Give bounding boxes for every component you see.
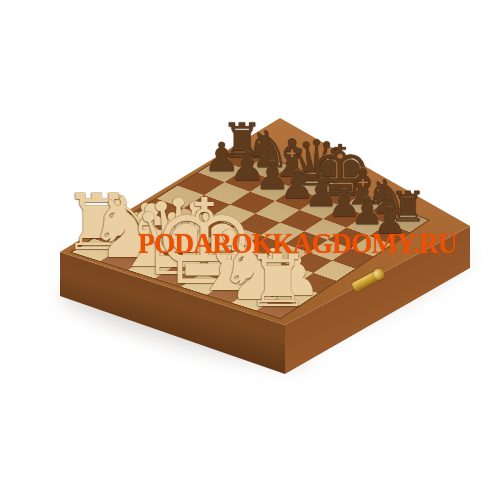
watermark-text: PODAROKKAGDOMY.RU xyxy=(138,229,457,258)
chess-set-product-photo: PODAROKKAGDOMY.RU ♜♞♝♛♚♝♞♜♟♟♟♟♟♟♟♟♟♟♟♟♟♟… xyxy=(0,0,500,500)
